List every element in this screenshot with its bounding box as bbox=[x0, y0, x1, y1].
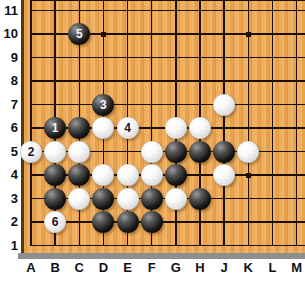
move-number: 3 bbox=[100, 94, 107, 116]
column-label: J bbox=[212, 260, 236, 275]
column-label: B bbox=[43, 260, 67, 275]
stone-white-F4 bbox=[141, 164, 163, 186]
column-label: A bbox=[19, 260, 43, 275]
stone-black-G4 bbox=[165, 164, 187, 186]
column-label: M bbox=[285, 260, 305, 275]
grid-line-cropped-top bbox=[30, 0, 305, 1]
stone-white-C3 bbox=[68, 188, 90, 210]
go-board[interactable]: 531426 bbox=[21, 0, 305, 253]
stone-black-C6 bbox=[68, 117, 90, 139]
grid-line bbox=[30, 10, 305, 11]
stone-black-C4 bbox=[68, 164, 90, 186]
column-label: C bbox=[67, 260, 91, 275]
stone-white-F5 bbox=[141, 141, 163, 163]
stone-black-H3 bbox=[189, 188, 211, 210]
stone-white-E4 bbox=[117, 164, 139, 186]
grid-line bbox=[30, 104, 305, 105]
row-label: 10 bbox=[0, 26, 18, 41]
stone-white-B2: 6 bbox=[44, 211, 66, 233]
move-number: 6 bbox=[52, 211, 59, 233]
column-label: L bbox=[260, 260, 284, 275]
stone-black-H5 bbox=[189, 141, 211, 163]
stone-white-D6 bbox=[92, 117, 114, 139]
stone-black-D3 bbox=[92, 188, 114, 210]
grid-line bbox=[30, 245, 305, 246]
grid-line bbox=[296, 0, 297, 246]
row-label: 1 bbox=[0, 238, 18, 253]
stone-white-E3 bbox=[117, 188, 139, 210]
stone-white-C5 bbox=[68, 141, 90, 163]
row-label: 4 bbox=[0, 167, 18, 182]
row-label: 7 bbox=[0, 97, 18, 112]
move-number: 2 bbox=[28, 141, 35, 163]
stone-white-K5 bbox=[237, 141, 259, 163]
stone-white-E6: 4 bbox=[117, 117, 139, 139]
stone-black-B6: 1 bbox=[44, 117, 66, 139]
board-left-edge bbox=[21, 0, 24, 253]
stone-black-C10: 5 bbox=[68, 23, 90, 45]
stone-black-G5 bbox=[165, 141, 187, 163]
grid-line bbox=[30, 57, 305, 58]
stone-white-D4 bbox=[92, 164, 114, 186]
column-label: D bbox=[91, 260, 115, 275]
stone-black-E2 bbox=[117, 211, 139, 233]
column-label: E bbox=[116, 260, 140, 275]
column-label: K bbox=[236, 260, 260, 275]
stone-white-B5 bbox=[44, 141, 66, 163]
star-point bbox=[246, 173, 251, 178]
column-label: F bbox=[140, 260, 164, 275]
move-number: 4 bbox=[124, 117, 131, 139]
row-label: 5 bbox=[0, 144, 18, 159]
grid-line bbox=[248, 0, 249, 246]
stone-white-H6 bbox=[189, 117, 211, 139]
star-point bbox=[101, 32, 106, 37]
row-label: 8 bbox=[0, 73, 18, 88]
stone-black-D7: 3 bbox=[92, 94, 114, 116]
stone-black-J5 bbox=[213, 141, 235, 163]
row-label: 9 bbox=[0, 50, 18, 65]
go-board-diagram: 531426 1110987654321 ABCDEFGHJKLM bbox=[0, 0, 305, 284]
star-point bbox=[246, 32, 251, 37]
row-label: 6 bbox=[0, 120, 18, 135]
stone-black-F2 bbox=[141, 211, 163, 233]
row-label: 2 bbox=[0, 214, 18, 229]
board-shadow bbox=[18, 253, 305, 259]
grid-line bbox=[30, 80, 305, 81]
stone-black-B4 bbox=[44, 164, 66, 186]
stone-black-B3 bbox=[44, 188, 66, 210]
move-number: 5 bbox=[76, 23, 83, 45]
stone-white-G3 bbox=[165, 188, 187, 210]
column-label: G bbox=[164, 260, 188, 275]
row-label: 3 bbox=[0, 191, 18, 206]
move-number: 1 bbox=[52, 117, 59, 139]
column-label: H bbox=[188, 260, 212, 275]
stone-black-F3 bbox=[141, 188, 163, 210]
grid-line bbox=[30, 0, 31, 246]
stone-white-J7 bbox=[213, 94, 235, 116]
stone-white-G6 bbox=[165, 117, 187, 139]
stone-black-D2 bbox=[92, 211, 114, 233]
row-label: 11 bbox=[0, 3, 18, 18]
stone-white-A5: 2 bbox=[20, 141, 42, 163]
grid-line bbox=[30, 221, 305, 222]
grid-line bbox=[223, 0, 224, 246]
stone-white-J4 bbox=[213, 164, 235, 186]
grid-line bbox=[272, 0, 273, 246]
